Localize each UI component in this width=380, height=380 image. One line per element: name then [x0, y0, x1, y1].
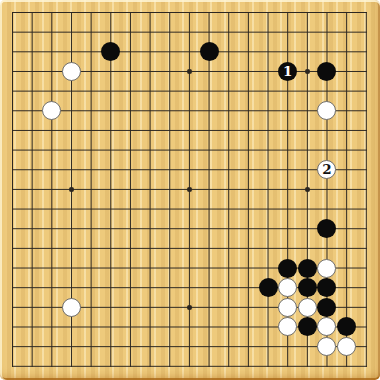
intersection[interactable] [42, 121, 62, 141]
intersection[interactable] [62, 22, 82, 42]
intersection[interactable] [3, 278, 23, 298]
intersection[interactable] [199, 140, 219, 160]
intersection[interactable] [121, 258, 141, 278]
intersection[interactable] [62, 337, 82, 357]
intersection[interactable] [356, 121, 376, 141]
intersection[interactable] [140, 298, 160, 318]
intersection[interactable] [278, 298, 298, 318]
intersection[interactable] [160, 42, 180, 62]
intersection[interactable] [199, 199, 219, 219]
intersection[interactable] [317, 239, 337, 259]
intersection[interactable] [62, 356, 82, 376]
intersection[interactable] [337, 258, 357, 278]
intersection[interactable] [199, 317, 219, 337]
intersection[interactable] [121, 298, 141, 318]
intersection[interactable] [81, 356, 101, 376]
intersection[interactable] [219, 22, 239, 42]
intersection[interactable] [199, 101, 219, 121]
intersection[interactable] [81, 219, 101, 239]
intersection[interactable] [3, 81, 23, 101]
intersection[interactable] [121, 3, 141, 23]
intersection[interactable] [22, 3, 42, 23]
intersection[interactable] [121, 160, 141, 180]
intersection[interactable] [298, 356, 318, 376]
intersection[interactable] [219, 298, 239, 318]
intersection[interactable] [356, 258, 376, 278]
intersection[interactable] [258, 42, 278, 62]
intersection[interactable] [219, 62, 239, 82]
intersection[interactable] [42, 199, 62, 219]
intersection[interactable] [337, 298, 357, 318]
intersection[interactable] [180, 62, 200, 82]
intersection[interactable] [199, 3, 219, 23]
intersection[interactable] [3, 317, 23, 337]
intersection[interactable] [258, 317, 278, 337]
intersection[interactable] [81, 121, 101, 141]
intersection[interactable] [42, 356, 62, 376]
intersection[interactable]: 2 [317, 160, 337, 180]
intersection[interactable] [62, 62, 82, 82]
intersection[interactable] [140, 121, 160, 141]
intersection[interactable] [3, 22, 23, 42]
intersection[interactable] [278, 219, 298, 239]
intersection[interactable] [337, 239, 357, 259]
intersection[interactable] [140, 356, 160, 376]
intersection[interactable] [101, 239, 121, 259]
intersection[interactable] [121, 22, 141, 42]
intersection[interactable] [121, 140, 141, 160]
intersection[interactable] [239, 199, 259, 219]
intersection[interactable] [160, 199, 180, 219]
intersection[interactable] [199, 81, 219, 101]
intersection[interactable] [22, 278, 42, 298]
intersection[interactable] [81, 3, 101, 23]
intersection[interactable] [298, 42, 318, 62]
intersection[interactable] [278, 81, 298, 101]
intersection[interactable]: 1 [278, 62, 298, 82]
intersection[interactable] [298, 317, 318, 337]
intersection[interactable] [3, 219, 23, 239]
intersection[interactable] [3, 140, 23, 160]
intersection[interactable] [140, 278, 160, 298]
intersection[interactable] [199, 239, 219, 259]
intersection[interactable] [180, 298, 200, 318]
intersection[interactable] [62, 81, 82, 101]
intersection[interactable] [239, 22, 259, 42]
intersection[interactable] [298, 121, 318, 141]
intersection[interactable] [298, 3, 318, 23]
intersection[interactable] [199, 42, 219, 62]
intersection[interactable] [22, 62, 42, 82]
intersection[interactable] [317, 219, 337, 239]
intersection[interactable] [62, 3, 82, 23]
intersection[interactable] [219, 317, 239, 337]
intersection[interactable] [140, 317, 160, 337]
intersection[interactable] [101, 81, 121, 101]
intersection[interactable] [42, 219, 62, 239]
intersection[interactable] [337, 22, 357, 42]
intersection[interactable] [278, 337, 298, 357]
intersection[interactable] [81, 160, 101, 180]
intersection[interactable] [219, 160, 239, 180]
intersection[interactable] [356, 337, 376, 357]
intersection[interactable] [180, 239, 200, 259]
intersection[interactable] [62, 298, 82, 318]
intersection[interactable] [62, 258, 82, 278]
intersection[interactable] [278, 140, 298, 160]
intersection[interactable] [121, 180, 141, 200]
intersection[interactable] [140, 219, 160, 239]
intersection[interactable] [180, 258, 200, 278]
intersection[interactable] [22, 180, 42, 200]
intersection[interactable] [140, 140, 160, 160]
intersection[interactable] [258, 81, 278, 101]
intersection[interactable] [337, 356, 357, 376]
intersection[interactable] [317, 22, 337, 42]
intersection[interactable] [62, 317, 82, 337]
intersection[interactable] [140, 239, 160, 259]
intersection[interactable] [42, 42, 62, 62]
intersection[interactable] [81, 298, 101, 318]
intersection[interactable] [42, 239, 62, 259]
intersection[interactable] [278, 3, 298, 23]
intersection[interactable] [239, 62, 259, 82]
intersection[interactable] [22, 140, 42, 160]
intersection[interactable] [180, 278, 200, 298]
intersection[interactable] [140, 42, 160, 62]
intersection[interactable] [3, 62, 23, 82]
intersection[interactable] [62, 278, 82, 298]
intersection[interactable] [160, 337, 180, 357]
intersection[interactable] [81, 258, 101, 278]
intersection[interactable] [239, 258, 259, 278]
intersection[interactable] [121, 42, 141, 62]
intersection[interactable] [62, 180, 82, 200]
intersection[interactable] [62, 239, 82, 259]
intersection[interactable] [356, 356, 376, 376]
intersection[interactable] [356, 81, 376, 101]
intersection[interactable] [81, 62, 101, 82]
intersection[interactable] [239, 180, 259, 200]
intersection[interactable] [239, 317, 259, 337]
intersection[interactable] [258, 298, 278, 318]
intersection[interactable] [298, 298, 318, 318]
intersection[interactable] [356, 298, 376, 318]
intersection[interactable] [3, 101, 23, 121]
intersection[interactable] [101, 278, 121, 298]
intersection[interactable] [3, 180, 23, 200]
intersection[interactable] [258, 62, 278, 82]
intersection[interactable] [81, 199, 101, 219]
intersection[interactable] [42, 22, 62, 42]
intersection[interactable] [337, 278, 357, 298]
intersection[interactable] [160, 140, 180, 160]
intersection[interactable] [317, 121, 337, 141]
intersection[interactable] [298, 239, 318, 259]
intersection[interactable] [298, 199, 318, 219]
intersection[interactable] [160, 298, 180, 318]
intersection[interactable] [180, 3, 200, 23]
intersection[interactable] [101, 140, 121, 160]
intersection[interactable] [121, 337, 141, 357]
intersection[interactable] [160, 258, 180, 278]
intersection[interactable] [42, 337, 62, 357]
intersection[interactable] [278, 199, 298, 219]
intersection[interactable] [62, 199, 82, 219]
intersection[interactable] [101, 180, 121, 200]
intersection[interactable] [121, 219, 141, 239]
intersection[interactable] [219, 121, 239, 141]
intersection[interactable] [3, 356, 23, 376]
intersection[interactable] [298, 81, 318, 101]
intersection[interactable] [101, 22, 121, 42]
intersection[interactable] [101, 356, 121, 376]
intersection[interactable] [317, 81, 337, 101]
intersection[interactable] [356, 180, 376, 200]
intersection[interactable] [160, 278, 180, 298]
intersection[interactable] [337, 337, 357, 357]
intersection[interactable] [160, 62, 180, 82]
intersection[interactable] [160, 219, 180, 239]
intersection[interactable] [317, 298, 337, 318]
intersection[interactable] [101, 42, 121, 62]
intersection[interactable] [278, 101, 298, 121]
intersection[interactable] [180, 317, 200, 337]
intersection[interactable] [356, 160, 376, 180]
intersection[interactable] [317, 140, 337, 160]
intersection[interactable] [258, 278, 278, 298]
intersection[interactable] [317, 258, 337, 278]
intersection[interactable] [140, 180, 160, 200]
intersection[interactable] [22, 101, 42, 121]
intersection[interactable] [258, 199, 278, 219]
intersection[interactable] [101, 258, 121, 278]
intersection[interactable] [298, 180, 318, 200]
intersection[interactable] [317, 3, 337, 23]
intersection[interactable] [298, 258, 318, 278]
intersection[interactable] [62, 140, 82, 160]
intersection[interactable] [219, 42, 239, 62]
intersection[interactable] [337, 317, 357, 337]
intersection[interactable] [22, 81, 42, 101]
intersection[interactable] [121, 62, 141, 82]
intersection[interactable] [81, 101, 101, 121]
intersection[interactable] [180, 42, 200, 62]
intersection[interactable] [3, 298, 23, 318]
intersection[interactable] [199, 180, 219, 200]
intersection[interactable] [160, 160, 180, 180]
intersection[interactable] [62, 160, 82, 180]
intersection[interactable] [219, 258, 239, 278]
intersection[interactable] [160, 22, 180, 42]
intersection[interactable] [101, 101, 121, 121]
intersection[interactable] [180, 337, 200, 357]
intersection[interactable] [258, 258, 278, 278]
intersection[interactable] [258, 180, 278, 200]
intersection[interactable] [42, 180, 62, 200]
intersection[interactable] [239, 42, 259, 62]
intersection[interactable] [239, 81, 259, 101]
intersection[interactable] [3, 258, 23, 278]
intersection[interactable] [356, 219, 376, 239]
intersection[interactable] [180, 22, 200, 42]
intersection[interactable] [337, 219, 357, 239]
intersection[interactable] [199, 278, 219, 298]
intersection[interactable] [317, 356, 337, 376]
intersection[interactable] [278, 22, 298, 42]
intersection[interactable] [278, 258, 298, 278]
intersection[interactable] [298, 101, 318, 121]
intersection[interactable] [22, 121, 42, 141]
intersection[interactable] [239, 219, 259, 239]
intersection[interactable] [239, 298, 259, 318]
intersection[interactable] [337, 101, 357, 121]
intersection[interactable] [317, 180, 337, 200]
intersection[interactable] [258, 3, 278, 23]
intersection[interactable] [22, 219, 42, 239]
intersection[interactable] [101, 298, 121, 318]
intersection[interactable] [199, 160, 219, 180]
intersection[interactable] [356, 42, 376, 62]
intersection[interactable] [121, 121, 141, 141]
intersection[interactable] [160, 3, 180, 23]
intersection[interactable] [258, 22, 278, 42]
intersection[interactable] [140, 160, 160, 180]
intersection[interactable] [42, 258, 62, 278]
intersection[interactable] [81, 42, 101, 62]
intersection[interactable] [140, 258, 160, 278]
intersection[interactable] [180, 81, 200, 101]
intersection[interactable] [22, 298, 42, 318]
intersection[interactable] [278, 160, 298, 180]
intersection[interactable] [219, 356, 239, 376]
intersection[interactable] [219, 180, 239, 200]
intersection[interactable] [278, 278, 298, 298]
intersection[interactable] [42, 62, 62, 82]
intersection[interactable] [81, 22, 101, 42]
intersection[interactable] [3, 160, 23, 180]
intersection[interactable] [258, 160, 278, 180]
intersection[interactable] [140, 81, 160, 101]
intersection[interactable] [62, 101, 82, 121]
intersection[interactable] [101, 121, 121, 141]
intersection[interactable] [356, 101, 376, 121]
intersection[interactable] [298, 22, 318, 42]
intersection[interactable] [42, 101, 62, 121]
intersection[interactable] [101, 337, 121, 357]
intersection[interactable] [337, 180, 357, 200]
intersection[interactable] [317, 62, 337, 82]
intersection[interactable] [337, 140, 357, 160]
intersection[interactable] [337, 62, 357, 82]
intersection[interactable] [258, 356, 278, 376]
intersection[interactable] [337, 3, 357, 23]
intersection[interactable] [239, 140, 259, 160]
intersection[interactable] [317, 317, 337, 337]
intersection[interactable] [101, 3, 121, 23]
intersection[interactable] [239, 101, 259, 121]
intersection[interactable] [317, 278, 337, 298]
intersection[interactable] [140, 62, 160, 82]
intersection[interactable] [160, 239, 180, 259]
intersection[interactable] [278, 356, 298, 376]
intersection[interactable] [239, 356, 259, 376]
intersection[interactable] [121, 101, 141, 121]
intersection[interactable] [239, 239, 259, 259]
intersection[interactable] [42, 3, 62, 23]
intersection[interactable] [337, 199, 357, 219]
intersection[interactable] [180, 101, 200, 121]
intersection[interactable] [121, 81, 141, 101]
intersection[interactable] [298, 140, 318, 160]
intersection[interactable] [356, 62, 376, 82]
intersection[interactable] [3, 239, 23, 259]
intersection[interactable] [180, 121, 200, 141]
intersection[interactable] [258, 140, 278, 160]
intersection[interactable] [140, 22, 160, 42]
intersection[interactable] [219, 81, 239, 101]
intersection[interactable] [199, 62, 219, 82]
intersection[interactable] [219, 199, 239, 219]
intersection[interactable] [180, 180, 200, 200]
intersection[interactable] [101, 62, 121, 82]
intersection[interactable] [101, 219, 121, 239]
intersection[interactable] [81, 81, 101, 101]
intersection[interactable] [62, 42, 82, 62]
intersection[interactable] [42, 317, 62, 337]
intersection[interactable] [81, 317, 101, 337]
intersection[interactable] [317, 101, 337, 121]
intersection[interactable] [278, 42, 298, 62]
intersection[interactable] [356, 3, 376, 23]
intersection[interactable] [356, 199, 376, 219]
intersection[interactable] [239, 278, 259, 298]
intersection[interactable] [239, 121, 259, 141]
intersection[interactable] [160, 121, 180, 141]
intersection[interactable] [42, 278, 62, 298]
intersection[interactable] [199, 219, 219, 239]
intersection[interactable] [356, 239, 376, 259]
intersection[interactable] [337, 42, 357, 62]
intersection[interactable] [219, 219, 239, 239]
intersection[interactable] [180, 160, 200, 180]
intersection[interactable] [317, 337, 337, 357]
intersection[interactable] [121, 317, 141, 337]
intersection[interactable] [121, 278, 141, 298]
intersection[interactable] [22, 239, 42, 259]
intersection[interactable] [22, 337, 42, 357]
intersection[interactable] [140, 101, 160, 121]
intersection[interactable] [317, 199, 337, 219]
intersection[interactable] [298, 278, 318, 298]
intersection[interactable] [140, 337, 160, 357]
intersection[interactable] [22, 317, 42, 337]
intersection[interactable] [219, 337, 239, 357]
intersection[interactable] [219, 278, 239, 298]
intersection[interactable] [81, 239, 101, 259]
intersection[interactable] [298, 219, 318, 239]
intersection[interactable] [298, 62, 318, 82]
intersection[interactable] [298, 337, 318, 357]
intersection[interactable] [160, 180, 180, 200]
intersection[interactable] [160, 317, 180, 337]
intersection[interactable] [101, 199, 121, 219]
intersection[interactable] [356, 22, 376, 42]
intersection[interactable] [81, 180, 101, 200]
intersection[interactable] [22, 356, 42, 376]
intersection[interactable] [356, 140, 376, 160]
intersection[interactable] [160, 101, 180, 121]
